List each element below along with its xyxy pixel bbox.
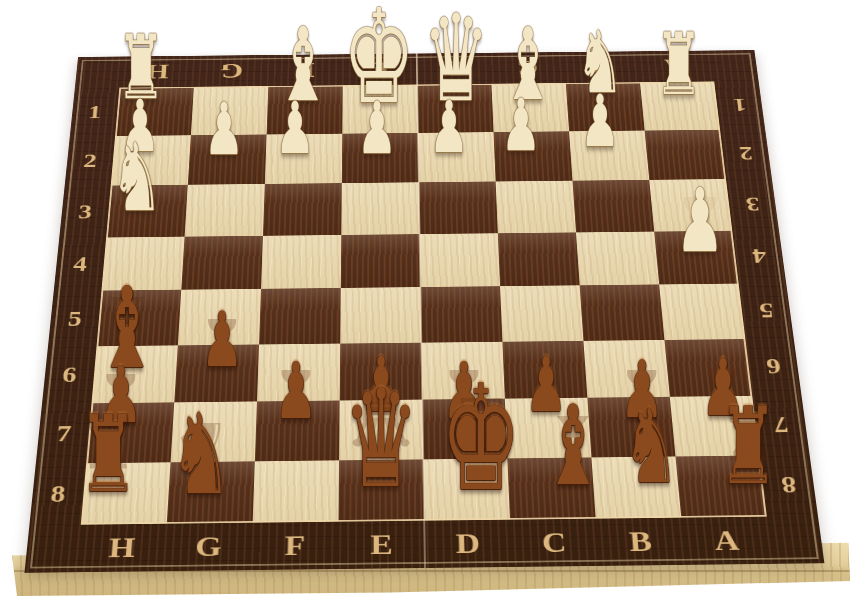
right-rank-label-5: 5	[739, 283, 794, 339]
top-file-label-g-text: G	[220, 59, 244, 83]
white-pawn-b2[interactable]: ♟	[580, 85, 620, 157]
square-e4[interactable]	[341, 234, 421, 288]
square-f4[interactable]	[261, 235, 341, 289]
right-rank-label-5-text: 5	[757, 298, 774, 323]
bottom-file-label-g-text: G	[195, 531, 223, 563]
left-rank-label-3: 3	[59, 186, 110, 238]
bottom-file-label-d-text: D	[455, 528, 480, 560]
bottom-file-label-c: C	[510, 519, 599, 567]
left-rank-label-1-text: 1	[87, 101, 102, 123]
square-f8[interactable]	[253, 460, 339, 523]
square-b3[interactable]	[572, 180, 654, 232]
bottom-file-label-f-text: F	[284, 530, 305, 562]
white-pawn-g2[interactable]: ♟	[204, 93, 244, 165]
bottom-file-label-c-text: C	[541, 527, 567, 559]
top-file-label-g: G	[194, 55, 270, 87]
square-c3[interactable]	[496, 181, 576, 233]
square-e5[interactable]	[340, 287, 421, 343]
bottom-file-label-h: H	[77, 524, 167, 572]
right-rank-label-3: 3	[726, 179, 779, 231]
right-rank-label-1: 1	[714, 81, 765, 129]
white-rook-a1[interactable]: ♜	[655, 21, 703, 107]
white-pawn-e2[interactable]: ♟	[357, 92, 397, 164]
right-rank-label-4-text: 4	[751, 244, 768, 268]
bottom-file-label-d: D	[424, 520, 512, 568]
right-rank-label-3-text: 3	[744, 193, 760, 216]
left-rank-label-8-text: 8	[49, 480, 66, 508]
black-king-d8[interactable]: ♚	[440, 365, 521, 511]
left-rank-label-2-text: 2	[82, 149, 97, 172]
white-pawn-a4[interactable]: ♟	[676, 177, 725, 265]
square-g4[interactable]	[181, 235, 263, 289]
square-g3[interactable]	[185, 184, 265, 236]
chess-set-photo: HGFEDCBA1122334455667788HGFEDCBA ♞♜♜♝♝♛♚…	[0, 0, 850, 596]
black-knight-g8[interactable]: ♞	[170, 398, 232, 510]
left-rank-label-5: 5	[48, 291, 101, 347]
square-e3[interactable]	[341, 182, 419, 234]
bottom-file-label-b-text: B	[628, 526, 653, 558]
left-rank-label-6-text: 6	[61, 362, 78, 388]
bottom-file-label-f: F	[251, 522, 339, 570]
square-a5[interactable]	[659, 284, 745, 340]
left-rank-label-3-text: 3	[77, 200, 93, 223]
white-pawn-d2[interactable]: ♟	[429, 91, 469, 163]
bottom-file-label-h-text: H	[108, 532, 137, 564]
white-pawn-c2[interactable]: ♟	[501, 89, 541, 161]
right-rank-label-2-text: 2	[738, 143, 754, 165]
square-f3[interactable]	[263, 183, 342, 235]
bottom-file-label-g: G	[164, 523, 253, 571]
bottom-file-label-a: A	[681, 517, 772, 565]
right-rank-label-4: 4	[732, 230, 786, 284]
black-knight-b8[interactable]: ♞	[623, 396, 680, 498]
square-d3[interactable]	[419, 181, 498, 233]
left-rank-label-4-text: 4	[72, 252, 88, 276]
right-rank-label-2: 2	[720, 129, 772, 179]
right-rank-label-8-text: 8	[779, 471, 797, 499]
black-queen-e8[interactable]: ♛	[343, 371, 419, 507]
corner-bottom-left	[24, 525, 80, 573]
left-rank-label-7-text: 7	[55, 420, 72, 447]
bottom-file-label-b: B	[596, 518, 686, 566]
corner-top-left	[75, 57, 122, 88]
black-rook-a8[interactable]: ♜	[719, 394, 778, 500]
corner-top-right	[711, 50, 759, 81]
black-pawn-f7[interactable]: ♟	[274, 352, 317, 430]
square-d5[interactable]	[420, 286, 502, 342]
black-bishop-c8[interactable]: ♝	[542, 391, 603, 501]
square-b4[interactable]	[576, 231, 659, 285]
black-pawn-g6[interactable]: ♟	[201, 302, 243, 378]
bottom-file-label-a-text: A	[713, 525, 741, 557]
bottom-file-label-e: E	[338, 521, 425, 569]
white-knight-h3[interactable]: ♞	[111, 131, 163, 225]
square-c4[interactable]	[498, 232, 580, 286]
square-b5[interactable]	[580, 284, 665, 340]
right-rank-label-6-text: 6	[764, 354, 781, 380]
corner-bottom-right	[767, 516, 825, 564]
left-rank-label-5-text: 5	[67, 306, 83, 331]
black-rook-h8[interactable]: ♜	[79, 402, 138, 508]
left-rank-label-2: 2	[65, 136, 115, 186]
square-d4[interactable]	[420, 233, 500, 287]
right-rank-label-1-text: 1	[732, 94, 748, 116]
square-f5[interactable]	[259, 288, 341, 344]
white-pawn-f2[interactable]: ♟	[275, 92, 315, 164]
square-c5[interactable]	[500, 285, 583, 341]
bottom-file-label-e-text: E	[370, 529, 393, 561]
